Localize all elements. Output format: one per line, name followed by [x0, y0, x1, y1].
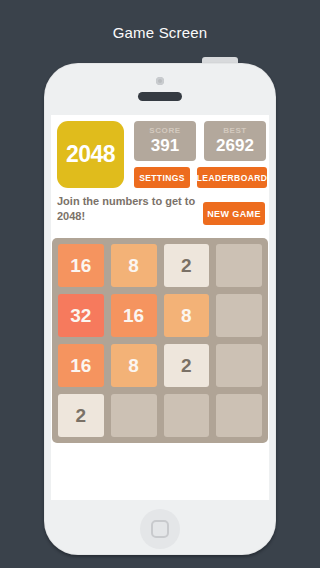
empty-cell-r1c4 — [216, 244, 262, 287]
tile-16-r2c2: 16 — [111, 294, 157, 337]
tile-8-r3c2: 8 — [111, 344, 157, 387]
speaker-slot — [138, 92, 182, 101]
score-value: 391 — [134, 136, 196, 156]
best-value: 2692 — [204, 136, 266, 156]
home-button — [140, 509, 180, 549]
empty-cell-r4c4 — [216, 394, 262, 437]
app-logo-2048: 2048 — [57, 121, 124, 188]
best-label: BEST — [204, 126, 266, 135]
empty-cell-r3c4 — [216, 344, 262, 387]
score-label: SCORE — [134, 126, 196, 135]
empty-cell-r4c3 — [164, 394, 210, 437]
tile-16-r3c1: 16 — [58, 344, 104, 387]
tile-2-r3c3: 2 — [164, 344, 210, 387]
tagline-text: Join the numbers to get to 2048! — [57, 194, 205, 224]
tile-8-r2c3: 8 — [164, 294, 210, 337]
best-box: BEST 2692 — [204, 121, 266, 161]
board[interactable]: 16823216816822 — [52, 238, 268, 443]
camera-icon — [156, 77, 164, 85]
leaderboard-button[interactable]: LEADERBOARD — [197, 167, 267, 188]
score-box: SCORE 391 — [134, 121, 196, 161]
empty-cell-r2c4 — [216, 294, 262, 337]
page-title: Game Screen — [0, 24, 320, 41]
app-screen: 2048 SCORE 391 BEST 2692 SETTINGS LEADER… — [51, 115, 269, 500]
phone-mockup: 2048 SCORE 391 BEST 2692 SETTINGS LEADER… — [44, 63, 276, 555]
home-button-square-icon — [151, 520, 169, 538]
settings-button[interactable]: SETTINGS — [134, 167, 190, 188]
tile-2-r1c3: 2 — [164, 244, 210, 287]
tile-32-r2c1: 32 — [58, 294, 104, 337]
tile-2-r4c1: 2 — [58, 394, 104, 437]
tile-8-r1c2: 8 — [111, 244, 157, 287]
tile-16-r1c1: 16 — [58, 244, 104, 287]
new-game-button[interactable]: NEW GAME — [203, 202, 265, 225]
empty-cell-r4c2 — [111, 394, 157, 437]
